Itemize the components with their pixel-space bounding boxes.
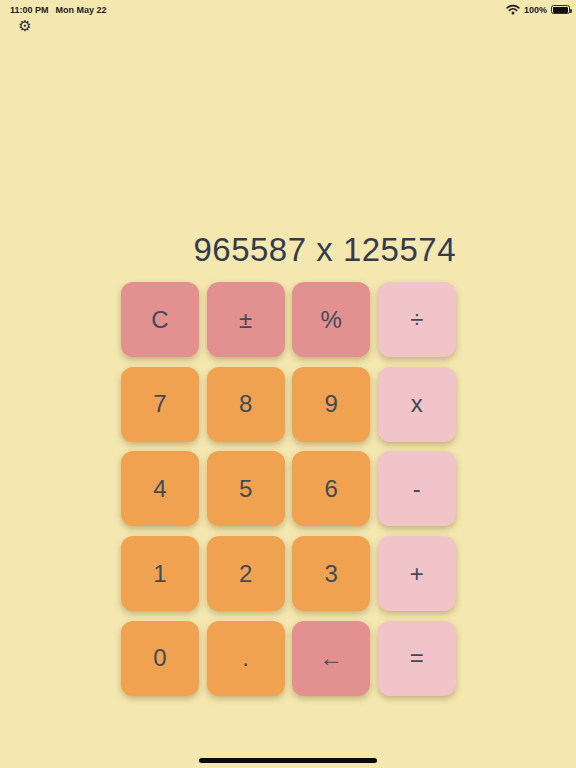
wifi-icon — [506, 4, 520, 15]
key-digit-6[interactable]: 6 — [292, 451, 370, 526]
key-divide[interactable]: ÷ — [378, 282, 456, 357]
key-digit-2[interactable]: 2 — [207, 536, 285, 611]
calculator-display: 965587 x 125574 — [121, 228, 456, 272]
calculator-keypad: C ± % ÷ 7 8 9 x 4 5 6 - 1 2 3 + 0 . ← = — [121, 282, 456, 696]
home-indicator[interactable] — [199, 758, 377, 763]
key-backspace[interactable]: ← — [292, 621, 370, 696]
key-digit-0[interactable]: 0 — [121, 621, 199, 696]
key-digit-7[interactable]: 7 — [121, 367, 199, 442]
status-bar: 11:00 PM Mon May 22 100% — [0, 0, 576, 17]
key-percent[interactable]: % — [292, 282, 370, 357]
key-digit-1[interactable]: 1 — [121, 536, 199, 611]
key-multiply[interactable]: x — [378, 367, 456, 442]
key-decimal-point[interactable]: . — [207, 621, 285, 696]
key-digit-4[interactable]: 4 — [121, 451, 199, 526]
battery-percent: 100% — [524, 5, 547, 15]
key-subtract[interactable]: - — [378, 451, 456, 526]
status-date: Mon May 22 — [56, 5, 107, 15]
key-digit-3[interactable]: 3 — [292, 536, 370, 611]
key-digit-9[interactable]: 9 — [292, 367, 370, 442]
key-add[interactable]: + — [378, 536, 456, 611]
key-digit-8[interactable]: 8 — [207, 367, 285, 442]
key-equals[interactable]: = — [378, 621, 456, 696]
key-digit-5[interactable]: 5 — [207, 451, 285, 526]
status-time: 11:00 PM — [10, 5, 49, 15]
key-clear[interactable]: C — [121, 282, 199, 357]
key-plus-minus[interactable]: ± — [207, 282, 285, 357]
settings-gear-icon[interactable]: ⚙ — [16, 17, 34, 35]
battery-icon — [551, 5, 570, 14]
